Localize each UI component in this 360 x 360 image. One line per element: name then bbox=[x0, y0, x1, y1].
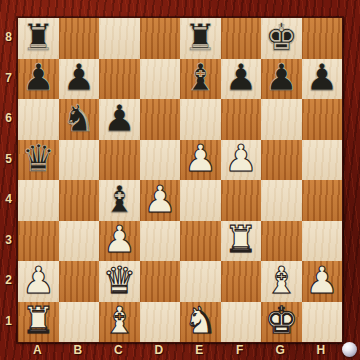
square-c6[interactable]: ♟ bbox=[99, 99, 140, 140]
square-f8[interactable] bbox=[221, 18, 262, 59]
square-a8[interactable]: ♜ bbox=[18, 18, 59, 59]
square-f6[interactable] bbox=[221, 99, 262, 140]
square-b6[interactable]: ♞ bbox=[59, 99, 100, 140]
square-b2[interactable] bbox=[59, 261, 100, 302]
piece-white-pawn-f5[interactable]: ♟ bbox=[224, 140, 257, 177]
square-d3[interactable] bbox=[140, 221, 181, 262]
piece-white-queen-c2[interactable]: ♛ bbox=[103, 262, 136, 299]
square-d1[interactable] bbox=[140, 302, 181, 343]
square-a4[interactable] bbox=[18, 180, 59, 221]
rank-label-8: 8 bbox=[0, 17, 17, 58]
square-c8[interactable] bbox=[99, 18, 140, 59]
square-c5[interactable] bbox=[99, 140, 140, 181]
square-d6[interactable] bbox=[140, 99, 181, 140]
square-e8[interactable]: ♜ bbox=[180, 18, 221, 59]
piece-black-rook-a8[interactable]: ♜ bbox=[22, 19, 55, 56]
square-b5[interactable] bbox=[59, 140, 100, 181]
rank-label-4: 4 bbox=[0, 179, 17, 220]
square-f3[interactable]: ♜ bbox=[221, 221, 262, 262]
square-a2[interactable]: ♟ bbox=[18, 261, 59, 302]
square-d2[interactable] bbox=[140, 261, 181, 302]
square-e5[interactable]: ♟ bbox=[180, 140, 221, 181]
rank-label-1: 1 bbox=[0, 301, 17, 342]
piece-black-pawn-b7[interactable]: ♟ bbox=[62, 59, 95, 96]
file-label-h: H bbox=[301, 340, 342, 360]
square-h6[interactable] bbox=[302, 99, 343, 140]
square-h3[interactable] bbox=[302, 221, 343, 262]
side-to-move-indicator-ball bbox=[342, 342, 357, 357]
square-f7[interactable]: ♟ bbox=[221, 59, 262, 100]
piece-white-bishop-g2[interactable]: ♝ bbox=[265, 262, 298, 299]
rank-label-2: 2 bbox=[0, 260, 17, 301]
file-label-a: A bbox=[17, 340, 58, 360]
piece-black-knight-b6[interactable]: ♞ bbox=[62, 100, 95, 137]
rank-labels: 87654321 bbox=[0, 17, 17, 341]
square-g6[interactable] bbox=[261, 99, 302, 140]
square-e2[interactable] bbox=[180, 261, 221, 302]
piece-white-rook-f3[interactable]: ♜ bbox=[224, 221, 257, 258]
rank-label-5: 5 bbox=[0, 139, 17, 180]
chess-board: ♜♜♚♟♟♝♟♟♟♞♟♛♟♟♝♟♟♜♟♛♝♟♜♝♞♚ bbox=[17, 17, 343, 343]
rank-label-7: 7 bbox=[0, 58, 17, 99]
square-h5[interactable] bbox=[302, 140, 343, 181]
square-h1[interactable] bbox=[302, 302, 343, 343]
square-a3[interactable] bbox=[18, 221, 59, 262]
piece-white-bishop-c1[interactable]: ♝ bbox=[103, 302, 136, 339]
square-d7[interactable] bbox=[140, 59, 181, 100]
square-e3[interactable] bbox=[180, 221, 221, 262]
square-e1[interactable]: ♞ bbox=[180, 302, 221, 343]
square-b1[interactable] bbox=[59, 302, 100, 343]
square-e6[interactable] bbox=[180, 99, 221, 140]
piece-black-queen-a5[interactable]: ♛ bbox=[22, 140, 55, 177]
file-label-f: F bbox=[220, 340, 261, 360]
square-a5[interactable]: ♛ bbox=[18, 140, 59, 181]
square-b3[interactable] bbox=[59, 221, 100, 262]
piece-white-pawn-d4[interactable]: ♟ bbox=[143, 181, 176, 218]
square-b8[interactable] bbox=[59, 18, 100, 59]
square-c4[interactable]: ♝ bbox=[99, 180, 140, 221]
file-label-c: C bbox=[98, 340, 139, 360]
piece-white-king-g1[interactable]: ♚ bbox=[265, 302, 298, 339]
square-c1[interactable]: ♝ bbox=[99, 302, 140, 343]
file-label-g: G bbox=[260, 340, 301, 360]
square-g2[interactable]: ♝ bbox=[261, 261, 302, 302]
piece-black-pawn-f7[interactable]: ♟ bbox=[224, 59, 257, 96]
piece-black-bishop-c4[interactable]: ♝ bbox=[103, 181, 136, 218]
square-g1[interactable]: ♚ bbox=[261, 302, 302, 343]
piece-white-knight-e1[interactable]: ♞ bbox=[184, 302, 217, 339]
file-label-e: E bbox=[179, 340, 220, 360]
square-d4[interactable]: ♟ bbox=[140, 180, 181, 221]
piece-white-pawn-e5[interactable]: ♟ bbox=[184, 140, 217, 177]
piece-white-rook-a1[interactable]: ♜ bbox=[22, 302, 55, 339]
piece-black-rook-e8[interactable]: ♜ bbox=[184, 19, 217, 56]
square-d8[interactable] bbox=[140, 18, 181, 59]
square-g4[interactable] bbox=[261, 180, 302, 221]
square-a1[interactable]: ♜ bbox=[18, 302, 59, 343]
piece-black-pawn-h7[interactable]: ♟ bbox=[305, 59, 338, 96]
square-h8[interactable] bbox=[302, 18, 343, 59]
square-f5[interactable]: ♟ bbox=[221, 140, 262, 181]
square-b7[interactable]: ♟ bbox=[59, 59, 100, 100]
square-h7[interactable]: ♟ bbox=[302, 59, 343, 100]
square-c7[interactable] bbox=[99, 59, 140, 100]
piece-black-bishop-e7[interactable]: ♝ bbox=[184, 59, 217, 96]
square-d5[interactable] bbox=[140, 140, 181, 181]
piece-white-pawn-a2[interactable]: ♟ bbox=[22, 262, 55, 299]
square-h2[interactable]: ♟ bbox=[302, 261, 343, 302]
square-h4[interactable] bbox=[302, 180, 343, 221]
square-c3[interactable]: ♟ bbox=[99, 221, 140, 262]
piece-black-king-g8[interactable]: ♚ bbox=[265, 19, 298, 56]
file-label-d: D bbox=[139, 340, 180, 360]
piece-white-pawn-c3[interactable]: ♟ bbox=[103, 221, 136, 258]
square-a6[interactable] bbox=[18, 99, 59, 140]
piece-black-pawn-c6[interactable]: ♟ bbox=[103, 100, 136, 137]
square-g3[interactable] bbox=[261, 221, 302, 262]
square-g7[interactable]: ♟ bbox=[261, 59, 302, 100]
file-label-b: B bbox=[58, 340, 99, 360]
piece-white-pawn-h2[interactable]: ♟ bbox=[305, 262, 338, 299]
square-b4[interactable] bbox=[59, 180, 100, 221]
square-e4[interactable] bbox=[180, 180, 221, 221]
square-f2[interactable] bbox=[221, 261, 262, 302]
piece-black-pawn-a7[interactable]: ♟ bbox=[22, 59, 55, 96]
file-labels: ABCDEFGH bbox=[17, 340, 341, 360]
square-a7[interactable]: ♟ bbox=[18, 59, 59, 100]
rank-label-6: 6 bbox=[0, 98, 17, 139]
square-g5[interactable] bbox=[261, 140, 302, 181]
square-f4[interactable] bbox=[221, 180, 262, 221]
square-c2[interactable]: ♛ bbox=[99, 261, 140, 302]
square-f1[interactable] bbox=[221, 302, 262, 343]
rank-label-3: 3 bbox=[0, 220, 17, 261]
piece-black-pawn-g7[interactable]: ♟ bbox=[265, 59, 298, 96]
square-g8[interactable]: ♚ bbox=[261, 18, 302, 59]
chess-diagram-frame: 87654321 ♜♜♚♟♟♝♟♟♟♞♟♛♟♟♝♟♟♜♟♛♝♟♜♝♞♚ ABCD… bbox=[0, 0, 360, 360]
square-e7[interactable]: ♝ bbox=[180, 59, 221, 100]
